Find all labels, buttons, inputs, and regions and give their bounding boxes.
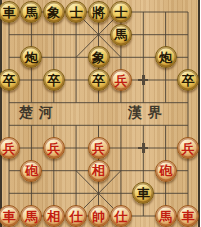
- piece-red-soldier[interactable]: 兵: [88, 137, 110, 159]
- piece-black-horse[interactable]: 馬: [110, 24, 132, 46]
- piece-red-cannon[interactable]: 砲: [20, 160, 42, 182]
- piece-red-horse[interactable]: 馬: [155, 205, 177, 227]
- xiangqi-board: 楚河 漢界 車馬象士將士馬炮象炮卒卒卒兵卒兵兵兵兵砲相砲車車馬相仕帥仕馬車: [0, 0, 200, 227]
- piece-black-general[interactable]: 將: [88, 1, 110, 23]
- piece-red-soldier[interactable]: 兵: [110, 69, 132, 91]
- piece-black-soldier[interactable]: 卒: [177, 69, 199, 91]
- piece-red-soldier[interactable]: 兵: [43, 137, 65, 159]
- piece-black-advisor[interactable]: 士: [65, 1, 87, 23]
- piece-red-advisor[interactable]: 仕: [110, 205, 132, 227]
- piece-black-elephant[interactable]: 象: [43, 1, 65, 23]
- piece-black-elephant[interactable]: 象: [88, 46, 110, 68]
- piece-black-cannon[interactable]: 炮: [155, 46, 177, 68]
- piece-black-cannon[interactable]: 炮: [20, 46, 42, 68]
- board-border-left: [0, 0, 2, 227]
- river-label-chu: 楚河: [13, 104, 59, 122]
- piece-black-soldier[interactable]: 卒: [88, 69, 110, 91]
- piece-red-horse[interactable]: 馬: [20, 205, 42, 227]
- point-marker: [138, 143, 148, 153]
- piece-red-advisor[interactable]: 仕: [65, 205, 87, 227]
- piece-black-advisor[interactable]: 士: [110, 1, 132, 23]
- piece-black-soldier[interactable]: 卒: [43, 69, 65, 91]
- river-label-han: 漢界: [122, 104, 168, 122]
- piece-red-elephant[interactable]: 相: [43, 205, 65, 227]
- piece-red-cannon[interactable]: 砲: [155, 160, 177, 182]
- piece-red-elephant[interactable]: 相: [88, 160, 110, 182]
- piece-red-general[interactable]: 帥: [88, 205, 110, 227]
- piece-red-chariot[interactable]: 車: [177, 205, 199, 227]
- piece-black-chariot[interactable]: 車: [132, 182, 154, 204]
- board-border-right: [198, 0, 201, 227]
- piece-black-horse[interactable]: 馬: [20, 1, 42, 23]
- point-marker: [138, 75, 148, 85]
- piece-red-soldier[interactable]: 兵: [177, 137, 199, 159]
